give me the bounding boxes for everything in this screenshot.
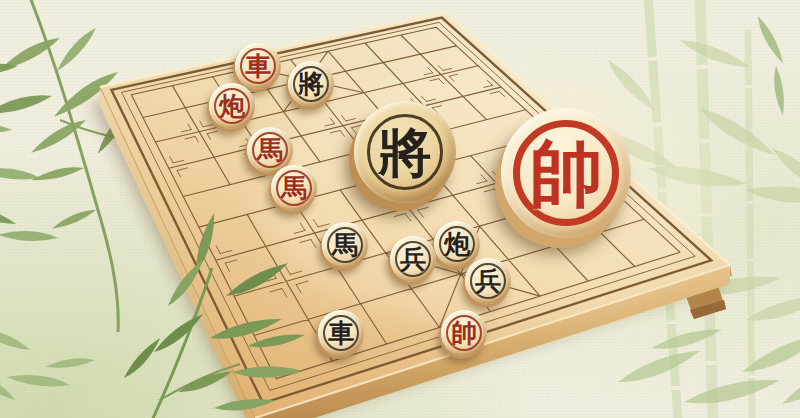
piece-black-soldier[interactable]: 兵 [465, 258, 511, 304]
piece-character: 將 [379, 126, 432, 179]
piece-character: 帥 [530, 137, 603, 210]
piece-red-horse[interactable]: 馬 [271, 165, 317, 211]
piece-character: 兵 [475, 268, 501, 294]
piece-black-horse[interactable]: 馬 [322, 222, 368, 268]
piece-character: 將 [298, 71, 324, 97]
piece-character: 馬 [257, 137, 283, 163]
piece-black-chariot[interactable]: 車 [318, 310, 364, 356]
piece-red-marshal[interactable]: 帥 [441, 310, 487, 356]
piece-character: 炮 [444, 231, 470, 257]
piece-character: 帥 [451, 320, 477, 346]
piece-character: 兵 [400, 246, 426, 272]
featured-red-marshal[interactable]: 帥 [501, 108, 631, 238]
piece-character: 車 [245, 53, 271, 79]
pieces-layer: 車將炮馬馬炮馬兵兵車帥將帥 [0, 0, 800, 418]
piece-black-general[interactable]: 將 [288, 61, 334, 107]
piece-black-cannon[interactable]: 炮 [434, 221, 480, 267]
featured-black-general[interactable]: 將 [354, 101, 456, 203]
piece-character: 馬 [281, 175, 307, 201]
piece-character: 炮 [219, 93, 245, 119]
piece-character: 車 [328, 320, 354, 346]
piece-character: 馬 [332, 232, 358, 258]
piece-red-chariot[interactable]: 車 [235, 43, 281, 89]
xiangqi-banner-scene: 車將炮馬馬炮馬兵兵車帥將帥 [0, 0, 800, 418]
piece-black-soldier[interactable]: 兵 [390, 236, 436, 282]
piece-red-cannon[interactable]: 炮 [209, 83, 255, 129]
